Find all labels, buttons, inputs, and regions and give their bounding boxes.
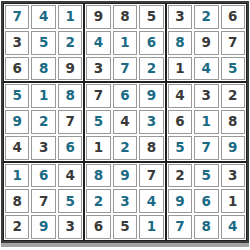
sudoku-cell-r5c7[interactable]: 6 [168, 110, 192, 134]
sudoku-box-r2c3: 432618579 [166, 82, 247, 161]
sudoku-box-r1c3: 326897145 [166, 3, 247, 82]
sudoku-cell-r2c6[interactable]: 6 [139, 31, 163, 55]
sudoku-cell-r6c2[interactable]: 3 [31, 136, 55, 160]
sudoku-cell-r4c8[interactable]: 3 [194, 84, 218, 108]
sudoku-cell-r7c1[interactable]: 1 [5, 164, 29, 188]
sudoku-cell-r9c6[interactable]: 1 [139, 215, 163, 239]
sudoku-cell-r6c5[interactable]: 2 [113, 136, 137, 160]
sudoku-cell-r1c1[interactable]: 7 [5, 5, 29, 29]
sudoku-cell-r1c4[interactable]: 9 [86, 5, 110, 29]
sudoku-cell-r1c6[interactable]: 5 [139, 5, 163, 29]
sudoku-cell-r2c3[interactable]: 2 [58, 31, 82, 55]
sudoku-cell-r8c1[interactable]: 8 [5, 189, 29, 213]
sudoku-cell-r5c9[interactable]: 8 [221, 110, 245, 134]
sudoku-cell-r7c5[interactable]: 9 [113, 164, 137, 188]
sudoku-cell-r4c7[interactable]: 4 [168, 84, 192, 108]
sudoku-cell-r6c8[interactable]: 7 [194, 136, 218, 160]
sudoku-cell-r8c3[interactable]: 5 [58, 189, 82, 213]
sudoku-app: 7413526899854163723268971455189274367695… [0, 0, 250, 250]
sudoku-cell-r6c6[interactable]: 8 [139, 136, 163, 160]
sudoku-cell-r5c2[interactable]: 2 [31, 110, 55, 134]
sudoku-cell-r7c2[interactable]: 6 [31, 164, 55, 188]
sudoku-cell-r9c5[interactable]: 5 [113, 215, 137, 239]
sudoku-cell-r4c1[interactable]: 5 [5, 84, 29, 108]
sudoku-cell-r5c8[interactable]: 1 [194, 110, 218, 134]
sudoku-cell-r9c9[interactable]: 4 [221, 215, 245, 239]
sudoku-cell-r2c1[interactable]: 3 [5, 31, 29, 55]
sudoku-cell-r2c5[interactable]: 1 [113, 31, 137, 55]
sudoku-cell-r7c3[interactable]: 4 [58, 164, 82, 188]
sudoku-cell-r2c2[interactable]: 5 [31, 31, 55, 55]
sudoku-cell-r2c9[interactable]: 7 [221, 31, 245, 55]
sudoku-cell-r4c2[interactable]: 1 [31, 84, 55, 108]
sudoku-cell-r6c9[interactable]: 9 [221, 136, 245, 160]
sudoku-cell-r5c5[interactable]: 4 [113, 110, 137, 134]
sudoku-cell-r8c8[interactable]: 6 [194, 189, 218, 213]
sudoku-cell-r4c5[interactable]: 6 [113, 84, 137, 108]
sudoku-cell-r1c9[interactable]: 6 [221, 5, 245, 29]
sudoku-cell-r7c6[interactable]: 7 [139, 164, 163, 188]
sudoku-cell-r4c6[interactable]: 9 [139, 84, 163, 108]
sudoku-cell-r7c9[interactable]: 3 [221, 164, 245, 188]
sudoku-cell-r1c7[interactable]: 3 [168, 5, 192, 29]
sudoku-cell-r3c8[interactable]: 4 [194, 57, 218, 81]
sudoku-cell-r7c7[interactable]: 2 [168, 164, 192, 188]
sudoku-cell-r2c4[interactable]: 4 [86, 31, 110, 55]
board-shadow [1, 243, 249, 247]
sudoku-cell-r9c2[interactable]: 9 [31, 215, 55, 239]
sudoku-box-r1c1: 741352689 [3, 3, 84, 82]
sudoku-cell-r8c2[interactable]: 7 [31, 189, 55, 213]
sudoku-cell-r9c8[interactable]: 8 [194, 215, 218, 239]
sudoku-cell-r5c6[interactable]: 3 [139, 110, 163, 134]
sudoku-cell-r7c8[interactable]: 5 [194, 164, 218, 188]
sudoku-cell-r2c8[interactable]: 9 [194, 31, 218, 55]
sudoku-cell-r4c3[interactable]: 8 [58, 84, 82, 108]
sudoku-box-r2c1: 518927436 [3, 82, 84, 161]
sudoku-cell-r2c7[interactable]: 8 [168, 31, 192, 55]
sudoku-cell-r6c7[interactable]: 5 [168, 136, 192, 160]
sudoku-cell-r8c6[interactable]: 4 [139, 189, 163, 213]
sudoku-cell-r3c7[interactable]: 1 [168, 57, 192, 81]
sudoku-cell-r1c5[interactable]: 8 [113, 5, 137, 29]
sudoku-cell-r9c3[interactable]: 3 [58, 215, 82, 239]
sudoku-cell-r1c8[interactable]: 2 [194, 5, 218, 29]
sudoku-cell-r3c9[interactable]: 5 [221, 57, 245, 81]
sudoku-cell-r9c1[interactable]: 2 [5, 215, 29, 239]
sudoku-box-r3c3: 253961784 [166, 162, 247, 241]
sudoku-box-r2c2: 769543128 [84, 82, 165, 161]
sudoku-box-r1c2: 985416372 [84, 3, 165, 82]
sudoku-cell-r4c9[interactable]: 2 [221, 84, 245, 108]
sudoku-board: 7413526899854163723268971455189274367695… [1, 1, 249, 243]
sudoku-cell-r8c9[interactable]: 1 [221, 189, 245, 213]
sudoku-cell-r3c4[interactable]: 3 [86, 57, 110, 81]
sudoku-cell-r3c6[interactable]: 2 [139, 57, 163, 81]
sudoku-cell-r1c2[interactable]: 4 [31, 5, 55, 29]
sudoku-cell-r5c4[interactable]: 5 [86, 110, 110, 134]
sudoku-box-r3c1: 164875293 [3, 162, 84, 241]
sudoku-cell-r5c3[interactable]: 7 [58, 110, 82, 134]
sudoku-cell-r5c1[interactable]: 9 [5, 110, 29, 134]
sudoku-cell-r8c4[interactable]: 2 [86, 189, 110, 213]
sudoku-cell-r9c4[interactable]: 6 [86, 215, 110, 239]
sudoku-cell-r3c2[interactable]: 8 [31, 57, 55, 81]
sudoku-cell-r6c3[interactable]: 6 [58, 136, 82, 160]
sudoku-cell-r9c7[interactable]: 7 [168, 215, 192, 239]
sudoku-cell-r8c5[interactable]: 3 [113, 189, 137, 213]
sudoku-cell-r6c4[interactable]: 1 [86, 136, 110, 160]
sudoku-cell-r7c4[interactable]: 8 [86, 164, 110, 188]
sudoku-cell-r3c3[interactable]: 9 [58, 57, 82, 81]
sudoku-cell-r8c7[interactable]: 9 [168, 189, 192, 213]
sudoku-cell-r4c4[interactable]: 7 [86, 84, 110, 108]
sudoku-cell-r3c1[interactable]: 6 [5, 57, 29, 81]
sudoku-cell-r1c3[interactable]: 1 [58, 5, 82, 29]
sudoku-cell-r6c1[interactable]: 4 [5, 136, 29, 160]
sudoku-cell-r3c5[interactable]: 7 [113, 57, 137, 81]
sudoku-box-r3c2: 897234651 [84, 162, 165, 241]
